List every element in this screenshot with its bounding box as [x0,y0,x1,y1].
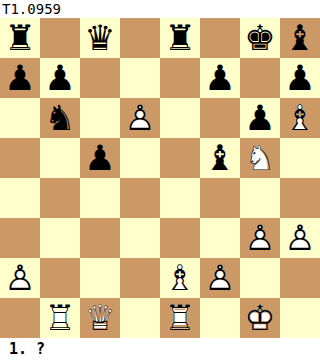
black-pawn: ♟ [0,58,40,98]
black-bishop: ♝ [280,18,320,58]
white-pawn-outline: ♙ [120,98,160,138]
square-b3[interactable] [40,218,80,258]
black-pawn: ♟ [80,138,120,178]
square-h5[interactable] [280,138,320,178]
white-pawn: ♟ [200,258,240,298]
square-f8[interactable] [200,18,240,58]
square-g7[interactable] [240,58,280,98]
square-b6[interactable]: ♞ [40,98,80,138]
white-pawn-outline: ♙ [200,258,240,298]
square-g4[interactable] [240,178,280,218]
white-queen-outline: ♕ [80,298,120,338]
square-c2[interactable] [80,258,120,298]
white-knight-outline: ♘ [240,138,280,178]
square-e8[interactable]: ♜ [160,18,200,58]
square-f4[interactable] [200,178,240,218]
black-rook: ♜ [160,18,200,58]
white-bishop-outline: ♗ [160,258,200,298]
black-pawn: ♟ [280,58,320,98]
white-bishop: ♝ [160,258,200,298]
square-d8[interactable] [120,18,160,58]
white-rook: ♜ [40,298,80,338]
square-e6[interactable] [160,98,200,138]
white-king-outline: ♔ [240,298,280,338]
square-e4[interactable] [160,178,200,218]
square-c4[interactable] [80,178,120,218]
square-f1[interactable] [200,298,240,338]
square-f2[interactable]: ♟♙ [200,258,240,298]
black-rook: ♜ [0,18,40,58]
move-prompt: 1. ? [0,338,320,360]
square-b2[interactable] [40,258,80,298]
square-h8[interactable]: ♝ [280,18,320,58]
square-f3[interactable] [200,218,240,258]
square-b8[interactable] [40,18,80,58]
square-e2[interactable]: ♝♗ [160,258,200,298]
puzzle-id: T1.0959 [0,0,320,18]
white-pawn-outline: ♙ [0,258,40,298]
square-d1[interactable] [120,298,160,338]
square-f7[interactable]: ♟ [200,58,240,98]
square-a5[interactable] [0,138,40,178]
white-rook: ♜ [160,298,200,338]
square-e3[interactable] [160,218,200,258]
square-a2[interactable]: ♟♙ [0,258,40,298]
black-pawn: ♟ [240,98,280,138]
square-g1[interactable]: ♚♔ [240,298,280,338]
square-c8[interactable]: ♛ [80,18,120,58]
white-rook-outline: ♖ [160,298,200,338]
white-pawn: ♟ [120,98,160,138]
black-king: ♚ [240,18,280,58]
square-b5[interactable] [40,138,80,178]
white-king: ♚ [240,298,280,338]
square-a7[interactable]: ♟ [0,58,40,98]
square-h6[interactable]: ♝♗ [280,98,320,138]
white-pawn-outline: ♙ [240,218,280,258]
square-c1[interactable]: ♛♕ [80,298,120,338]
square-b4[interactable] [40,178,80,218]
square-d2[interactable] [120,258,160,298]
white-pawn-outline: ♙ [280,218,320,258]
square-g3[interactable]: ♟♙ [240,218,280,258]
square-a1[interactable] [0,298,40,338]
square-e7[interactable] [160,58,200,98]
square-f6[interactable] [200,98,240,138]
square-h2[interactable] [280,258,320,298]
puzzle-page: T1.0959 ♜♛♜♚♝♟♟♟♟♞♟♙♟♝♗♟♝♞♘♟♙♟♙♟♙♝♗♟♙♜♖♛… [0,0,320,360]
square-c6[interactable] [80,98,120,138]
white-pawn: ♟ [240,218,280,258]
black-pawn: ♟ [40,58,80,98]
square-b7[interactable]: ♟ [40,58,80,98]
square-g5[interactable]: ♞♘ [240,138,280,178]
square-e5[interactable] [160,138,200,178]
square-g6[interactable]: ♟ [240,98,280,138]
square-b1[interactable]: ♜♖ [40,298,80,338]
black-knight: ♞ [40,98,80,138]
square-d6[interactable]: ♟♙ [120,98,160,138]
white-pawn: ♟ [280,218,320,258]
square-c7[interactable] [80,58,120,98]
white-bishop-outline: ♗ [280,98,320,138]
square-a6[interactable] [0,98,40,138]
square-e1[interactable]: ♜♖ [160,298,200,338]
square-c5[interactable]: ♟ [80,138,120,178]
square-d3[interactable] [120,218,160,258]
chess-board: ♜♛♜♚♝♟♟♟♟♞♟♙♟♝♗♟♝♞♘♟♙♟♙♟♙♝♗♟♙♜♖♛♕♜♖♚♔ [0,18,320,338]
white-pawn: ♟ [0,258,40,298]
square-a8[interactable]: ♜ [0,18,40,58]
square-a3[interactable] [0,218,40,258]
black-pawn: ♟ [200,58,240,98]
square-c3[interactable] [80,218,120,258]
square-g2[interactable] [240,258,280,298]
white-rook-outline: ♖ [40,298,80,338]
square-h3[interactable]: ♟♙ [280,218,320,258]
white-bishop: ♝ [280,98,320,138]
square-h1[interactable] [280,298,320,338]
square-h4[interactable] [280,178,320,218]
square-d5[interactable] [120,138,160,178]
square-a4[interactable] [0,178,40,218]
white-knight: ♞ [240,138,280,178]
square-f5[interactable]: ♝ [200,138,240,178]
square-h7[interactable]: ♟ [280,58,320,98]
white-queen: ♛ [80,298,120,338]
square-g8[interactable]: ♚ [240,18,280,58]
black-queen: ♛ [80,18,120,58]
square-d7[interactable] [120,58,160,98]
square-d4[interactable] [120,178,160,218]
black-bishop: ♝ [200,138,240,178]
